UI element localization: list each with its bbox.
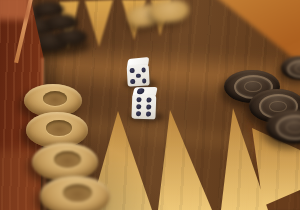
dark-checker-blurred bbox=[57, 29, 87, 45]
die-pip bbox=[136, 104, 141, 109]
die-pip bbox=[146, 112, 151, 117]
die-pip bbox=[141, 68, 146, 73]
die-far bbox=[125, 57, 152, 86]
checker-ring-inner bbox=[286, 122, 300, 134]
die-pip bbox=[136, 111, 141, 116]
die-front-face bbox=[131, 95, 156, 120]
die-front-face bbox=[126, 65, 150, 87]
die-pip bbox=[136, 73, 141, 78]
die-pip bbox=[146, 97, 151, 102]
checker-dimple bbox=[54, 151, 82, 168]
die-near bbox=[130, 87, 159, 120]
checker-ring-inner bbox=[295, 64, 300, 73]
die-pip bbox=[136, 89, 144, 95]
die-pip bbox=[142, 78, 147, 83]
light-checker bbox=[40, 176, 110, 210]
backgammon-board-photo bbox=[0, 0, 300, 210]
rail-corner-light bbox=[0, 0, 30, 20]
die-pip bbox=[130, 68, 135, 73]
checker-dimple bbox=[63, 184, 92, 202]
die-pip bbox=[130, 79, 135, 84]
checker-dimple bbox=[46, 120, 72, 136]
light-checker bbox=[32, 143, 98, 181]
die-pip bbox=[146, 105, 151, 110]
checker-dimple bbox=[43, 91, 67, 106]
die-pip bbox=[136, 97, 141, 102]
